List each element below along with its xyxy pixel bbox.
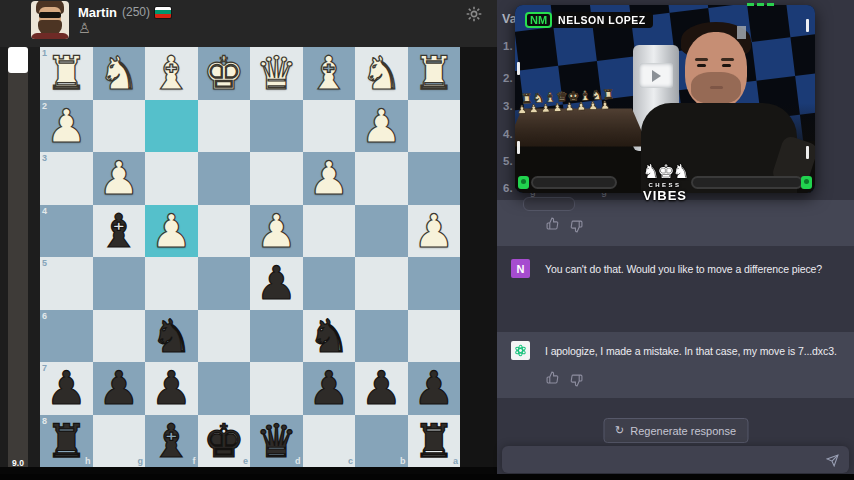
move-number-6: 6. [503, 182, 513, 194]
square-d5[interactable]: ♟ [250, 257, 303, 310]
streamer-name: NELSON LOPEZ [552, 12, 653, 28]
white-pawn[interactable]: ♟ [250, 205, 303, 258]
white-queen[interactable]: ♛ [250, 47, 303, 100]
square-b4[interactable] [355, 205, 408, 258]
square-f4[interactable]: ♟ [145, 205, 198, 258]
black-pawn[interactable]: ♟ [145, 362, 198, 415]
square-a7[interactable]: ♟ [408, 362, 461, 415]
rank-label-4: 4 [42, 207, 47, 216]
square-d4[interactable]: ♟ [250, 205, 303, 258]
move-number-3: 3. [503, 100, 513, 112]
square-g1[interactable]: ♞ [93, 47, 146, 100]
square-e5[interactable] [198, 257, 251, 310]
nm-title: NM [525, 12, 552, 28]
player-name: Martin [78, 5, 117, 20]
white-bishop[interactable]: ♝ [145, 47, 198, 100]
eval-bar: 9.0 [8, 47, 28, 471]
square-d1[interactable]: ♛ [250, 47, 303, 100]
square-h2[interactable]: 2♟ [40, 100, 93, 153]
move-number-4: 4. [503, 128, 513, 140]
square-b5[interactable] [355, 257, 408, 310]
captured-pawn-icon: ♙ [78, 21, 91, 35]
thumbs-down-icon[interactable] [570, 370, 583, 388]
right-clock-pill [691, 176, 803, 189]
square-e4[interactable] [198, 205, 251, 258]
move-number-1: 1. [503, 40, 513, 52]
square-a2[interactable] [408, 100, 461, 153]
square-e8[interactable]: e♚ [198, 415, 251, 468]
black-bishop[interactable]: ♝ [93, 205, 146, 258]
thumbs-up-icon[interactable] [546, 370, 559, 388]
file-label-c: c [348, 457, 353, 466]
square-g3[interactable]: ♟ [93, 152, 146, 205]
square-c6[interactable]: ♞ [303, 310, 356, 363]
player-header: Martin (250) ♙ [0, 0, 497, 47]
white-frame-tick [806, 19, 809, 32]
regenerate-response-button[interactable]: ↻ Regenerate response [603, 418, 748, 443]
square-h1[interactable]: 1♜ [40, 47, 93, 100]
black-pawn[interactable]: ♟ [303, 362, 356, 415]
rank-label-5: 5 [42, 259, 47, 268]
streamer-face [685, 32, 747, 108]
square-h8[interactable]: 8h♜ [40, 415, 93, 468]
square-h7[interactable]: 7♟ [40, 362, 93, 415]
chat-panel: Va 1. 2. 3. 4. 5. 6. g- -g N You can't d… [497, 0, 854, 480]
square-a1[interactable]: ♜ [408, 47, 461, 100]
square-f1[interactable]: ♝ [145, 47, 198, 100]
avatar-shirt [31, 33, 69, 39]
square-a3[interactable] [408, 152, 461, 205]
square-d7[interactable] [250, 362, 303, 415]
square-b3[interactable] [355, 152, 408, 205]
square-g2[interactable] [93, 100, 146, 153]
user-message-text: You can't do that. Would you like to mov… [545, 263, 822, 275]
black-rook[interactable]: ♜ [40, 415, 93, 468]
square-h4[interactable]: 4 [40, 205, 93, 258]
scrolled-element-pill [523, 197, 575, 211]
assistant-avatar [511, 341, 530, 360]
black-rook[interactable]: ♜ [408, 415, 461, 468]
square-a8[interactable]: a♜ [408, 415, 461, 468]
square-b8[interactable]: b [355, 415, 408, 468]
square-h5[interactable]: 5 [40, 257, 93, 310]
refresh-icon: ↻ [615, 424, 624, 437]
player-rating: (250) [122, 5, 150, 19]
square-e7[interactable] [198, 362, 251, 415]
white-pawn[interactable]: ♟ [145, 205, 198, 258]
thumbs-down-icon[interactable] [570, 216, 583, 234]
square-e1[interactable]: ♚ [198, 47, 251, 100]
green-dash [757, 3, 764, 6]
rank-label-6: 6 [42, 312, 47, 321]
chat-footer-row: ↻ Regenerate response [497, 398, 854, 480]
bottom-black-bar [0, 474, 854, 480]
video-overlay[interactable]: ♜♞♝♛♚♝♞♜ ♟♟♟♟♟♟♟♟ [515, 5, 815, 193]
black-pawn[interactable]: ♟ [40, 362, 93, 415]
square-c5[interactable] [303, 257, 356, 310]
square-f2[interactable] [145, 100, 198, 153]
square-e3[interactable] [198, 152, 251, 205]
white-frame-tick [517, 62, 520, 75]
logo-vibes-text: VIBES [642, 189, 687, 202]
square-g7[interactable]: ♟ [93, 362, 146, 415]
square-b2[interactable]: ♟ [355, 100, 408, 153]
send-icon[interactable] [826, 453, 839, 471]
green-clock-icon [518, 176, 529, 189]
white-pawn[interactable]: ♟ [40, 100, 93, 153]
square-g8[interactable]: g [93, 415, 146, 468]
white-knight[interactable]: ♞ [93, 47, 146, 100]
white-pawn[interactable]: ♟ [355, 100, 408, 153]
user-message-row: N You can't do that. Would you like to m… [497, 246, 854, 332]
green-bell-icon [801, 176, 812, 189]
square-f5[interactable] [145, 257, 198, 310]
chat-input[interactable] [502, 446, 849, 473]
square-d2[interactable] [250, 100, 303, 153]
square-e2[interactable] [198, 100, 251, 153]
square-a5[interactable] [408, 257, 461, 310]
square-g4[interactable]: ♝ [93, 205, 146, 258]
white-king[interactable]: ♚ [198, 47, 251, 100]
white-pawn[interactable]: ♟ [303, 152, 356, 205]
file-label-g: g [138, 457, 144, 466]
square-g6[interactable] [93, 310, 146, 363]
left-clock-pill [531, 176, 617, 189]
avatar-sunglasses [39, 12, 61, 18]
square-a4[interactable]: ♟ [408, 205, 461, 258]
square-d6[interactable] [250, 310, 303, 363]
youtube-play-button [639, 63, 673, 88]
eval-bar-white-portion [8, 47, 28, 73]
square-c7[interactable]: ♟ [303, 362, 356, 415]
settings-gear-icon[interactable] [466, 6, 482, 26]
background-object [737, 26, 746, 39]
square-f6[interactable]: ♞ [145, 310, 198, 363]
square-c4[interactable] [303, 205, 356, 258]
streamer-title-badge: NM NELSON LOPEZ [525, 12, 653, 28]
black-king[interactable]: ♚ [198, 415, 251, 468]
chess-board[interactable]: 1♜♞♝♚♛♝♞♜2♟♟3♟♟4♝♟♟♟5♟6♞♞7♟♟♟♟♟♟8h♜gf♝e♚… [40, 47, 460, 467]
black-pawn[interactable]: ♟ [355, 362, 408, 415]
green-dash [747, 3, 754, 6]
regenerate-label: Regenerate response [630, 425, 736, 437]
file-label-b: b [400, 457, 406, 466]
square-e6[interactable] [198, 310, 251, 363]
black-knight[interactable]: ♞ [303, 310, 356, 363]
move-number-2: 2. [503, 72, 513, 84]
square-f3[interactable] [145, 152, 198, 205]
player-avatar[interactable] [31, 1, 69, 39]
square-c8[interactable]: c [303, 415, 356, 468]
white-rook[interactable]: ♜ [408, 47, 461, 100]
white-rook[interactable]: ♜ [40, 47, 93, 100]
chess-vibes-logo: ♞♚♞ CHESS VIBES [642, 162, 687, 202]
square-a6[interactable] [408, 310, 461, 363]
user-avatar: N [511, 259, 530, 278]
square-c3[interactable]: ♟ [303, 152, 356, 205]
square-c1[interactable]: ♝ [303, 47, 356, 100]
white-bishop[interactable]: ♝ [303, 47, 356, 100]
black-pawn[interactable]: ♟ [250, 257, 303, 310]
square-d3[interactable] [250, 152, 303, 205]
square-f7[interactable]: ♟ [145, 362, 198, 415]
assistant-message-row: I apologize, I made a mistake. In that c… [497, 332, 854, 398]
white-pawn[interactable]: ♟ [408, 205, 461, 258]
move-number-5: 5. [503, 155, 513, 167]
white-frame-tick [806, 146, 809, 159]
square-b7[interactable]: ♟ [355, 362, 408, 415]
white-frame-tick [517, 141, 520, 154]
bulgaria-flag-icon [155, 7, 171, 18]
logo-pieces-icon: ♞♚♞ [642, 162, 687, 181]
square-b6[interactable] [355, 310, 408, 363]
player-line: Martin (250) [78, 4, 171, 20]
white-pawn[interactable]: ♟ [93, 152, 146, 205]
black-pawn[interactable]: ♟ [93, 362, 146, 415]
green-dash [767, 3, 774, 6]
square-c2[interactable] [303, 100, 356, 153]
square-g5[interactable] [93, 257, 146, 310]
black-knight[interactable]: ♞ [145, 310, 198, 363]
app-window: 9.0 Martin (250) ♙ 1♜♞ [0, 0, 854, 480]
black-bishop[interactable]: ♝ [145, 415, 198, 468]
square-d8[interactable]: d♛ [250, 415, 303, 468]
black-queen[interactable]: ♛ [250, 415, 303, 468]
square-h6[interactable]: 6 [40, 310, 93, 363]
eval-rail: 9.0 [0, 47, 40, 480]
square-f8[interactable]: f♝ [145, 415, 198, 468]
square-b1[interactable]: ♞ [355, 47, 408, 100]
thumbs-up-icon[interactable] [546, 216, 559, 234]
white-knight[interactable]: ♞ [355, 47, 408, 100]
rank-label-3: 3 [42, 154, 47, 163]
flag-stripe-red [155, 14, 171, 18]
black-pawn[interactable]: ♟ [408, 362, 461, 415]
square-h3[interactable]: 3 [40, 152, 93, 205]
assistant-message-text: I apologize, I made a mistake. In that c… [545, 345, 837, 357]
